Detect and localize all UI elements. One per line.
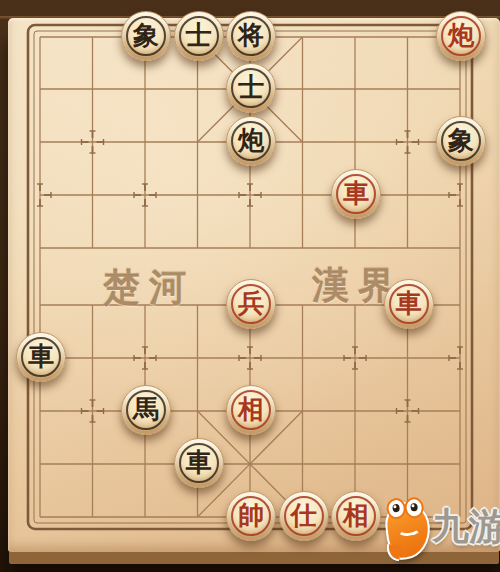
piece-red-chariot[interactable]: 車: [331, 169, 381, 219]
piece-black-elephant[interactable]: 象: [121, 11, 171, 61]
piece-black-elephant[interactable]: 象: [436, 116, 486, 166]
piece-character: 相: [238, 396, 264, 422]
piece-red-general[interactable]: 帥: [226, 491, 276, 541]
piece-character: 車: [343, 180, 369, 206]
piece-black-chariot[interactable]: 車: [16, 332, 66, 382]
xiangqi-game-screen: 楚河 漢界 象士将炮士炮象車兵車車馬相車帥仕相 九游: [0, 0, 500, 572]
piece-character: 象: [448, 127, 474, 153]
xiangqi-board[interactable]: 楚河 漢界 象士将炮士炮象車兵車車馬相車帥仕相: [8, 18, 500, 552]
piece-black-cannon[interactable]: 炮: [226, 116, 276, 166]
piece-character: 車: [186, 449, 212, 475]
piece-character: 馬: [133, 396, 159, 422]
piece-black-general[interactable]: 将: [226, 11, 276, 61]
piece-character: 象: [133, 22, 159, 48]
pieces-layer: 象士将炮士炮象車兵車車馬相車帥仕相: [8, 18, 500, 552]
piece-character: 将: [238, 22, 264, 48]
jiuyou-logo: 九游: [380, 496, 500, 566]
piece-black-chariot[interactable]: 車: [174, 438, 224, 488]
piece-black-advisor[interactable]: 士: [174, 11, 224, 61]
piece-red-elephant[interactable]: 相: [226, 385, 276, 435]
piece-character: 相: [343, 502, 369, 528]
piece-character: 車: [396, 290, 422, 316]
piece-red-elephant[interactable]: 相: [331, 491, 381, 541]
mascot-eye-icon: [404, 496, 425, 519]
mascot-tail-icon: [385, 544, 401, 561]
piece-character: 炮: [238, 127, 264, 153]
piece-character: 兵: [238, 290, 264, 316]
jiuyou-mascot-icon: [383, 500, 433, 561]
mascot-smile-icon: [396, 521, 421, 537]
piece-character: 帥: [238, 502, 264, 528]
mascot-eye-icon: [386, 497, 407, 520]
piece-black-advisor[interactable]: 士: [226, 63, 276, 113]
piece-character: 炮: [448, 22, 474, 48]
piece-red-chariot[interactable]: 車: [384, 279, 434, 329]
jiuyou-logo-text: 九游: [432, 508, 500, 545]
piece-red-advisor[interactable]: 仕: [279, 491, 329, 541]
piece-red-soldier[interactable]: 兵: [226, 279, 276, 329]
piece-red-cannon[interactable]: 炮: [436, 11, 486, 61]
piece-character: 車: [28, 343, 54, 369]
piece-character: 士: [238, 74, 264, 100]
piece-character: 士: [186, 22, 212, 48]
piece-character: 仕: [291, 502, 317, 528]
piece-black-horse[interactable]: 馬: [121, 385, 171, 435]
